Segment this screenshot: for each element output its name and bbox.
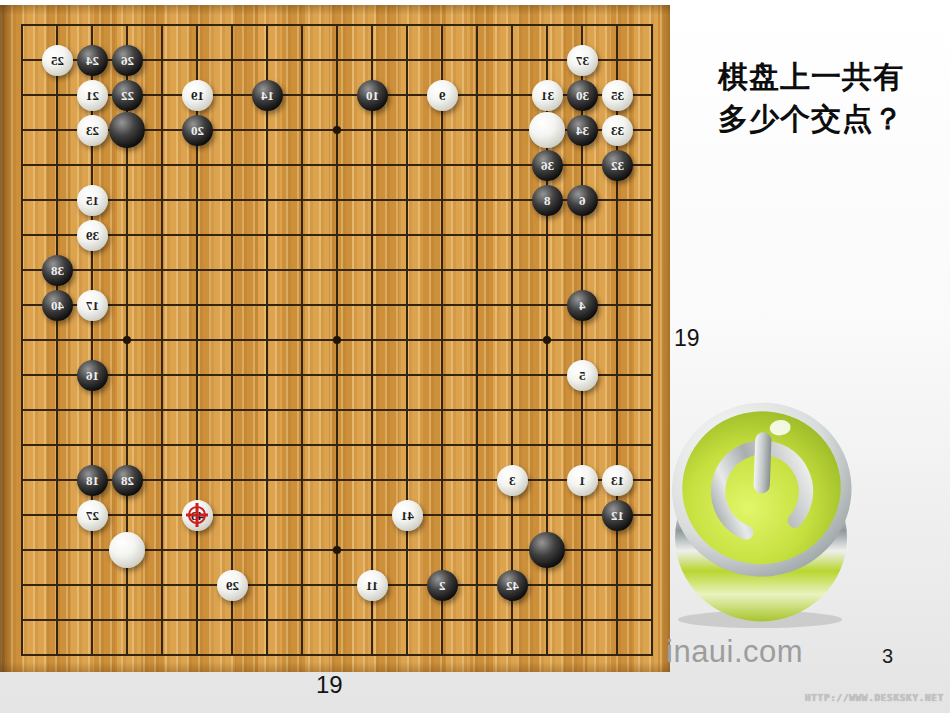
- grid-line-vertical: [406, 24, 408, 656]
- stone-white[interactable]: [109, 532, 145, 568]
- stone-number: 32: [611, 159, 624, 172]
- stone-number: 23: [86, 124, 99, 137]
- stone-number: 42: [506, 579, 519, 592]
- stone-number: 18: [86, 474, 99, 487]
- stone-white-25[interactable]: 25: [42, 45, 73, 76]
- grid-line-horizontal: [21, 374, 653, 376]
- stone-black-12[interactable]: 12: [602, 500, 633, 531]
- stone-number: 19: [191, 89, 204, 102]
- grid-line-vertical: [511, 24, 513, 656]
- stone-white-23[interactable]: 23: [77, 115, 108, 146]
- stone-white-13[interactable]: 13: [602, 465, 633, 496]
- stone-white-5[interactable]: 5: [567, 360, 598, 391]
- stone-black-18[interactable]: 18: [77, 465, 108, 496]
- stone-number: 10: [366, 89, 379, 102]
- stone-white-37[interactable]: 37: [567, 45, 598, 76]
- stone-white-15[interactable]: 15: [77, 185, 108, 216]
- stone-number: 40: [51, 299, 64, 312]
- stone-number: 20: [191, 124, 204, 137]
- stone-white-29[interactable]: 29: [217, 570, 248, 601]
- stone-number: 25: [51, 54, 64, 67]
- stone-black-30[interactable]: 30: [567, 80, 598, 111]
- stone-black-20[interactable]: 20: [182, 115, 213, 146]
- line-count-right: 19: [674, 325, 700, 352]
- stone-white-31[interactable]: 31: [532, 80, 563, 111]
- stone-black-14[interactable]: 14: [252, 80, 283, 111]
- stone-black-6[interactable]: 6: [567, 185, 598, 216]
- stone-number: 24: [86, 54, 99, 67]
- grid-line-horizontal: [21, 584, 653, 586]
- grid-line-horizontal: [21, 409, 653, 411]
- grid-line-vertical: [371, 24, 373, 656]
- page-number: 3: [882, 645, 893, 668]
- stone-number: 15: [86, 194, 99, 207]
- stone-white-1[interactable]: 1: [567, 465, 598, 496]
- stone-white-9[interactable]: 9: [427, 80, 458, 111]
- stone-number: 37: [576, 54, 589, 67]
- stone-black-28[interactable]: 28: [112, 465, 143, 496]
- stone-black-38[interactable]: 38: [42, 255, 73, 286]
- power-icon: [666, 396, 858, 630]
- stone-white-35[interactable]: 35: [602, 80, 633, 111]
- stone-black-10[interactable]: 10: [357, 80, 388, 111]
- stone-black-42[interactable]: 42: [497, 570, 528, 601]
- stone-black-24[interactable]: 24: [77, 45, 108, 76]
- grid-line-vertical: [651, 24, 653, 656]
- stone-black[interactable]: [529, 532, 565, 568]
- stone-number: 31: [541, 89, 554, 102]
- stone-number: 8: [544, 194, 551, 207]
- stone-white-19[interactable]: 19: [182, 80, 213, 111]
- stone-black-32[interactable]: 32: [602, 150, 633, 181]
- stone-white-43[interactable]: 43: [182, 500, 213, 531]
- stone-black-36[interactable]: 36: [532, 150, 563, 181]
- stone-black-4[interactable]: 4: [567, 290, 598, 321]
- stone-number: 9: [439, 89, 446, 102]
- star-point: [333, 336, 341, 344]
- stone-number: 21: [86, 89, 99, 102]
- line-count-bottom: 19: [316, 671, 343, 699]
- stone-number: 39: [86, 229, 99, 242]
- stone-number: 26: [121, 54, 134, 67]
- stone-number: 38: [51, 264, 64, 277]
- grid-line-horizontal: [21, 654, 653, 656]
- stone-number: 1: [579, 474, 586, 487]
- stone-black-22[interactable]: 22: [112, 80, 143, 111]
- star-point: [123, 336, 131, 344]
- watermark-brand: inaui.com: [666, 634, 803, 670]
- stone-number: 30: [576, 89, 589, 102]
- stone-number: 13: [611, 474, 624, 487]
- stone-white-39[interactable]: 39: [77, 220, 108, 251]
- stone-number: 33: [611, 124, 624, 137]
- stone-number: 22: [121, 89, 134, 102]
- stone-number: 27: [86, 509, 99, 522]
- stone-number: 41: [401, 509, 414, 522]
- grid-line-vertical: [441, 24, 443, 656]
- site-url: HTTP://WWW.DESKSKY.NET: [805, 692, 944, 703]
- stone-white-41[interactable]: 41: [392, 500, 423, 531]
- go-board: 2524263721221914109313035232034333632158…: [0, 5, 670, 672]
- stone-number: 12: [611, 509, 624, 522]
- stone-black-26[interactable]: 26: [112, 45, 143, 76]
- grid-line-horizontal: [21, 619, 653, 621]
- stone-number: 17: [86, 299, 99, 312]
- stone-number: 16: [86, 369, 99, 382]
- stone-number: 29: [226, 579, 239, 592]
- power-button-logo: [666, 396, 858, 630]
- stone-white-33[interactable]: 33: [602, 115, 633, 146]
- stone-white[interactable]: [529, 112, 565, 148]
- stone-number: 36: [541, 159, 554, 172]
- stone-white-17[interactable]: 17: [77, 290, 108, 321]
- stone-black-8[interactable]: 8: [532, 185, 563, 216]
- stone-black-34[interactable]: 34: [567, 115, 598, 146]
- stone-number: 5: [579, 369, 586, 382]
- stone-number: 14: [261, 89, 274, 102]
- star-point: [333, 546, 341, 554]
- star-point: [333, 126, 341, 134]
- star-point: [543, 336, 551, 344]
- stone-number: 6: [579, 194, 586, 207]
- stone-black-2[interactable]: 2: [427, 570, 458, 601]
- stone-white-3[interactable]: 3: [497, 465, 528, 496]
- stone-number: 4: [579, 299, 586, 312]
- stone-white-21[interactable]: 21: [77, 80, 108, 111]
- stone-number: 35: [611, 89, 624, 102]
- stone-black-16[interactable]: 16: [77, 360, 108, 391]
- stone-number: 2: [439, 579, 446, 592]
- stone-number: 34: [576, 124, 589, 137]
- stone-black[interactable]: [109, 112, 145, 148]
- grid-line-horizontal: [21, 514, 653, 516]
- question-text: 棋盘上一共有 多少个交点？: [718, 56, 940, 140]
- stone-white-27[interactable]: 27: [77, 500, 108, 531]
- grid-line-vertical: [476, 24, 478, 656]
- stone-number: 11: [366, 579, 378, 592]
- stone-black-40[interactable]: 40: [42, 290, 73, 321]
- stone-white-11[interactable]: 11: [357, 570, 388, 601]
- stone-number: 28: [121, 474, 134, 487]
- last-move-marker: [186, 514, 209, 517]
- grid-line-horizontal: [21, 444, 653, 446]
- stone-number: 3: [509, 474, 516, 487]
